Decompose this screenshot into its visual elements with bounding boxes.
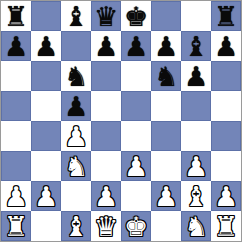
square-h7[interactable]: ♟: [211, 31, 241, 61]
white-king[interactable]: ♚: [124, 213, 148, 240]
square-g5[interactable]: [181, 91, 211, 121]
black-pawn[interactable]: ♟: [64, 93, 88, 120]
black-rook[interactable]: ♜: [214, 3, 238, 30]
square-c6[interactable]: ♞: [61, 61, 91, 91]
square-f8[interactable]: [151, 1, 181, 31]
white-pawn[interactable]: ♟: [124, 153, 148, 180]
black-bishop[interactable]: ♝: [64, 3, 88, 30]
white-rook[interactable]: ♜: [214, 213, 238, 240]
white-pawn[interactable]: ♟: [64, 123, 88, 150]
square-d3[interactable]: [91, 151, 121, 181]
square-e1[interactable]: ♚: [121, 211, 151, 241]
square-h3[interactable]: [211, 151, 241, 181]
white-knight[interactable]: ♞: [64, 153, 88, 180]
black-knight[interactable]: ♞: [64, 63, 88, 90]
square-h8[interactable]: ♜: [211, 1, 241, 31]
white-rook[interactable]: ♜: [4, 213, 28, 240]
black-pawn[interactable]: ♟: [94, 33, 118, 60]
square-a5[interactable]: [1, 91, 31, 121]
square-d2[interactable]: ♟: [91, 181, 121, 211]
square-c8[interactable]: ♝: [61, 1, 91, 31]
square-a6[interactable]: [1, 61, 31, 91]
square-a7[interactable]: ♟: [1, 31, 31, 61]
square-d6[interactable]: [91, 61, 121, 91]
white-pawn[interactable]: ♟: [154, 183, 178, 210]
square-f5[interactable]: [151, 91, 181, 121]
white-knight[interactable]: ♞: [184, 213, 208, 240]
square-c5[interactable]: ♟: [61, 91, 91, 121]
square-d8[interactable]: ♛: [91, 1, 121, 31]
square-d7[interactable]: ♟: [91, 31, 121, 61]
square-g1[interactable]: ♞: [181, 211, 211, 241]
black-pawn[interactable]: ♟: [34, 33, 58, 60]
black-rook[interactable]: ♜: [4, 3, 28, 30]
square-b6[interactable]: [31, 61, 61, 91]
square-f4[interactable]: [151, 121, 181, 151]
square-h1[interactable]: ♜: [211, 211, 241, 241]
square-c3[interactable]: ♞: [61, 151, 91, 181]
square-e2[interactable]: [121, 181, 151, 211]
white-pawn[interactable]: ♟: [184, 153, 208, 180]
square-e6[interactable]: [121, 61, 151, 91]
chess-board-container: ♜♝♛♚♜♟♟♟♟♟♝♟♞♞♟♟♟♞♟♟♟♟♟♟♝♟♜♝♛♚♞♜: [0, 0, 242, 242]
square-d1[interactable]: ♛: [91, 211, 121, 241]
square-c4[interactable]: ♟: [61, 121, 91, 151]
square-a8[interactable]: ♜: [1, 1, 31, 31]
chess-board: ♜♝♛♚♜♟♟♟♟♟♝♟♞♞♟♟♟♞♟♟♟♟♟♟♝♟♜♝♛♚♞♜: [0, 0, 242, 242]
square-b3[interactable]: [31, 151, 61, 181]
square-h4[interactable]: [211, 121, 241, 151]
square-b2[interactable]: ♟: [31, 181, 61, 211]
square-g3[interactable]: ♟: [181, 151, 211, 181]
white-pawn[interactable]: ♟: [4, 183, 28, 210]
black-pawn[interactable]: ♟: [124, 33, 148, 60]
square-h6[interactable]: [211, 61, 241, 91]
white-pawn[interactable]: ♟: [34, 183, 58, 210]
square-b7[interactable]: ♟: [31, 31, 61, 61]
square-b8[interactable]: [31, 1, 61, 31]
square-b5[interactable]: [31, 91, 61, 121]
black-queen[interactable]: ♛: [94, 3, 118, 30]
black-pawn[interactable]: ♟: [184, 63, 208, 90]
square-b4[interactable]: [31, 121, 61, 151]
square-a1[interactable]: ♜: [1, 211, 31, 241]
black-bishop[interactable]: ♝: [184, 33, 208, 60]
square-d5[interactable]: [91, 91, 121, 121]
square-f7[interactable]: ♟: [151, 31, 181, 61]
square-e8[interactable]: ♚: [121, 1, 151, 31]
square-b1[interactable]: [31, 211, 61, 241]
square-f1[interactable]: [151, 211, 181, 241]
square-g6[interactable]: ♟: [181, 61, 211, 91]
square-d4[interactable]: [91, 121, 121, 151]
black-knight[interactable]: ♞: [154, 63, 178, 90]
square-e4[interactable]: [121, 121, 151, 151]
square-g8[interactable]: [181, 1, 211, 31]
square-c1[interactable]: ♝: [61, 211, 91, 241]
square-c7[interactable]: [61, 31, 91, 61]
square-g2[interactable]: ♝: [181, 181, 211, 211]
white-pawn[interactable]: ♟: [94, 183, 118, 210]
square-e5[interactable]: [121, 91, 151, 121]
square-a3[interactable]: [1, 151, 31, 181]
black-pawn[interactable]: ♟: [154, 33, 178, 60]
square-h5[interactable]: [211, 91, 241, 121]
white-bishop[interactable]: ♝: [64, 213, 88, 240]
white-pawn[interactable]: ♟: [214, 183, 238, 210]
square-e3[interactable]: ♟: [121, 151, 151, 181]
white-bishop[interactable]: ♝: [184, 183, 208, 210]
square-e7[interactable]: ♟: [121, 31, 151, 61]
square-a2[interactable]: ♟: [1, 181, 31, 211]
square-g4[interactable]: [181, 121, 211, 151]
square-f6[interactable]: ♞: [151, 61, 181, 91]
square-h2[interactable]: ♟: [211, 181, 241, 211]
square-f2[interactable]: ♟: [151, 181, 181, 211]
square-f3[interactable]: [151, 151, 181, 181]
square-a4[interactable]: [1, 121, 31, 151]
square-c2[interactable]: [61, 181, 91, 211]
square-g7[interactable]: ♝: [181, 31, 211, 61]
white-queen[interactable]: ♛: [94, 213, 118, 240]
black-pawn[interactable]: ♟: [4, 33, 28, 60]
black-king[interactable]: ♚: [124, 3, 148, 30]
black-pawn[interactable]: ♟: [214, 33, 238, 60]
